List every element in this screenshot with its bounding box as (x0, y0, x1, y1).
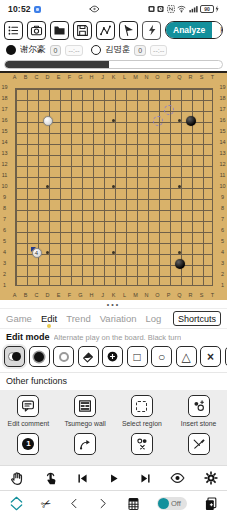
col-label: S (196, 291, 207, 300)
col-label: F (64, 73, 75, 82)
app-icon (148, 5, 155, 13)
analyze-mode-button[interactable]: Analyze (166, 22, 212, 38)
row-label: 7 (218, 214, 227, 225)
analysis-graph-button[interactable] (96, 21, 115, 40)
white-player-clock: --:-- (150, 45, 167, 56)
star-point (112, 251, 115, 254)
row-label: 10 (218, 181, 227, 192)
touch-play-button[interactable] (43, 471, 58, 486)
pages-button[interactable] (204, 497, 218, 511)
col-label: P (163, 291, 174, 300)
col-label: A (9, 73, 20, 82)
col-label: G (75, 291, 86, 300)
star-point-D4[interactable] (42, 247, 53, 258)
row-label: 8 (0, 203, 9, 214)
row-label: 1 (0, 280, 9, 291)
bottom-bar-row1 (0, 465, 227, 490)
tab-bar: Game Edit Trend Variation Log Shortcuts (0, 308, 227, 329)
col-label: G (75, 73, 86, 82)
col-label: Q (174, 73, 185, 82)
chevron-right-button[interactable] (97, 497, 109, 510)
insert-stone-label: Insert stone (181, 420, 217, 427)
tool-add-circle[interactable] (102, 346, 123, 367)
white-stone (43, 116, 53, 126)
tab-edit[interactable]: Edit (41, 313, 57, 324)
col-label: L (119, 73, 130, 82)
board-row-labels-left: 19181716151413121110987654321 (0, 82, 9, 291)
col-label: L (119, 291, 130, 300)
notification-badge-icon (34, 6, 41, 13)
camera-button[interactable] (27, 21, 46, 40)
black-player-name: 谢尔豪 (20, 44, 46, 56)
settings-button[interactable] (204, 471, 218, 485)
tool-x-mark[interactable]: × (200, 346, 221, 367)
col-label: R (185, 291, 196, 300)
select-region-label: Select region (122, 420, 162, 427)
col-label: J (97, 73, 108, 82)
numbered-stone-icon[interactable]: 1 (17, 433, 39, 455)
col-label: A (9, 291, 20, 300)
go-board[interactable]: ABCDEFGHJKLMNOPQRST ABCDEFGHJKLMNOPQRST … (0, 71, 227, 300)
clock-time: 10:52 (8, 4, 31, 14)
col-label: K (108, 291, 119, 300)
row-label: 5 (218, 236, 227, 247)
tsumego-wall-item[interactable]: Tsumego wall (65, 395, 106, 427)
row-label: 6 (218, 225, 227, 236)
col-label: H (86, 73, 97, 82)
col-label: H (86, 291, 97, 300)
col-label: D (42, 73, 53, 82)
col-label: O (152, 291, 163, 300)
calculator-button[interactable] (127, 497, 140, 511)
last-move-marker (31, 247, 36, 252)
skip-forward-button[interactable] (139, 472, 152, 485)
col-label: C (31, 291, 42, 300)
scissors-button[interactable]: ✂ (39, 496, 53, 511)
clean-marks-icon[interactable] (188, 433, 210, 455)
row-label: 17 (0, 104, 9, 115)
tab-log[interactable]: Log (146, 313, 162, 324)
player-info-bar: 谢尔豪 0 --:-- 김명훈 0 --:-- (0, 42, 227, 58)
tab-game[interactable]: Game (6, 313, 32, 324)
board-row-labels-right: 19181716151413121110987654321 (218, 82, 227, 291)
tool-black-stone[interactable] (29, 346, 50, 367)
edit-mode-description: Alternate play on the board. Black turn (54, 333, 182, 342)
marker-P17[interactable] (163, 104, 174, 115)
row-label: 11 (218, 170, 227, 181)
tsumego-wall-icon[interactable] (74, 395, 96, 417)
star-point (178, 251, 181, 254)
white-stone-D16[interactable] (42, 115, 53, 126)
row-label: 4 (0, 247, 9, 258)
row-label: 19 (218, 82, 227, 93)
row-label: 3 (0, 258, 9, 269)
numbered-stone-item[interactable]: 1 (17, 433, 39, 455)
row-label: 17 (218, 104, 227, 115)
star-point-K10[interactable] (108, 181, 119, 192)
row-label: 9 (218, 192, 227, 203)
nfc-icon (167, 5, 175, 13)
row-label: 2 (218, 269, 227, 280)
black-player-stone-icon (6, 45, 16, 55)
tool-triangle-mark[interactable]: △ (176, 346, 197, 367)
edit-tools-row: □ ○ △ × Aa (0, 343, 227, 372)
col-label: B (20, 291, 31, 300)
white-player-stone-icon (91, 45, 101, 55)
battery-level: 90 (200, 5, 214, 13)
other-functions-title: Other functions (0, 372, 227, 390)
status-bar: 10:52 90 (0, 0, 227, 18)
lightning-button[interactable] (142, 21, 161, 40)
shortcuts-button[interactable]: Shortcuts (173, 311, 221, 326)
star-point (112, 185, 115, 188)
page-indicator: ••• (0, 300, 227, 308)
insert-stone-icon[interactable] (188, 395, 210, 417)
mark-dead-item[interactable] (131, 433, 153, 455)
row-label: 12 (218, 159, 227, 170)
clean-marks-item[interactable] (188, 433, 210, 455)
edit-comment-label: Edit comment (8, 420, 50, 427)
star-point (112, 119, 115, 122)
signal-icon (189, 5, 198, 13)
mode-switch: Analyze Play (165, 21, 223, 39)
alarm-icon (157, 5, 164, 13)
white-player-name: 김명훈 (105, 44, 131, 56)
marker-O16[interactable] (152, 115, 163, 126)
save-button[interactable] (73, 21, 92, 40)
hand-pan-button[interactable] (9, 471, 24, 486)
col-label: F (64, 291, 75, 300)
col-label: Q (174, 291, 185, 300)
wifi-icon (177, 5, 186, 13)
tab-variation[interactable]: Variation (100, 313, 137, 324)
row-label: 4 (218, 247, 227, 258)
row-label: 19 (0, 82, 9, 93)
row-label: 3 (218, 258, 227, 269)
row-label: 9 (0, 192, 9, 203)
black-stone-R16[interactable] (185, 115, 196, 126)
star-point-Q4[interactable] (174, 247, 185, 258)
play-mode-button[interactable]: Play (212, 22, 223, 38)
row-label: 5 (0, 236, 9, 247)
row-label: 15 (218, 126, 227, 137)
app-diamond-button[interactable] (9, 496, 24, 511)
row-label: 1 (218, 280, 227, 291)
black-stone (186, 116, 196, 126)
edit-comment-item[interactable]: Edit comment (8, 395, 50, 427)
tsumego-wall-label: Tsumego wall (65, 420, 106, 427)
row-label: 2 (0, 269, 9, 280)
black-stone (175, 259, 185, 269)
row-label: 14 (218, 137, 227, 148)
tool-eraser[interactable] (78, 346, 99, 367)
winrate-black-fill (5, 61, 109, 68)
star-point (46, 251, 49, 254)
folder-button[interactable] (50, 21, 69, 40)
row-label: 15 (0, 126, 9, 137)
chevron-left-button[interactable] (68, 497, 80, 510)
tool-alternate-play[interactable] (4, 346, 25, 367)
star-point-K4[interactable] (108, 247, 119, 258)
auto-toggle[interactable]: Off (157, 497, 187, 510)
eye-button[interactable] (170, 472, 185, 484)
tool-circle-mark[interactable]: ○ (151, 346, 172, 367)
star-point (46, 185, 49, 188)
tab-trend[interactable]: Trend (66, 313, 90, 324)
play-button[interactable] (107, 472, 120, 485)
select-region-icon[interactable] (131, 395, 153, 417)
col-label: S (196, 73, 207, 82)
white-capture-count: 0 (134, 45, 146, 56)
main-toolbar: Analyze Play (0, 18, 227, 42)
move-path-icon[interactable] (74, 433, 96, 455)
edit-mode-title: Edit mode (6, 332, 50, 342)
col-label: E (53, 73, 64, 82)
row-label: 6 (0, 225, 9, 236)
white-stone-C4[interactable]: 4 (31, 247, 42, 258)
col-label: P (163, 73, 174, 82)
col-label: T (207, 73, 218, 82)
edit-comment-icon[interactable] (17, 395, 39, 417)
tool-white-stone[interactable] (53, 346, 74, 367)
col-label: R (185, 73, 196, 82)
row-label: 16 (0, 115, 9, 126)
row-label: 7 (0, 214, 9, 225)
star-point-Q16[interactable] (174, 115, 185, 126)
col-label: N (141, 73, 152, 82)
row-label: 14 (0, 137, 9, 148)
dashed-circle-marker (164, 105, 174, 115)
privacy-eye-icon (41, 5, 148, 13)
col-label: M (130, 291, 141, 300)
tool-square-mark[interactable]: □ (127, 346, 148, 367)
menu-list-button[interactable] (4, 21, 23, 40)
dashed-circle-marker (153, 116, 163, 126)
board-column-labels-bottom: ABCDEFGHJKLMNOPQRST (9, 291, 218, 300)
row-label: 18 (0, 93, 9, 104)
tool-label-text[interactable]: Aa (225, 346, 228, 367)
row-label: 18 (218, 93, 227, 104)
other-functions-panel: Edit comment Tsumego wall Select region … (0, 390, 227, 465)
black-stone-Q3[interactable] (174, 258, 185, 269)
col-label: M (130, 73, 141, 82)
toggle-label: Off (171, 499, 181, 508)
col-label: N (141, 291, 152, 300)
row-label: 16 (218, 115, 227, 126)
edit-mode-line: Edit mode Alternate play on the board. B… (0, 329, 227, 343)
row-label: 8 (218, 203, 227, 214)
star-point (178, 185, 181, 188)
row-label: 11 (0, 170, 9, 181)
black-player-clock: --:-- (65, 45, 82, 56)
winrate-bar-wrap (0, 58, 227, 71)
toggle-knob (158, 498, 169, 509)
move-path-item[interactable] (74, 433, 96, 455)
select-region-item[interactable]: Select region (122, 395, 162, 427)
row-label: 13 (0, 148, 9, 159)
col-label: D (42, 291, 53, 300)
board-column-labels-top: ABCDEFGHJKLMNOPQRST (9, 73, 218, 82)
star-point (178, 119, 181, 122)
col-label: K (108, 73, 119, 82)
col-label: B (20, 73, 31, 82)
bottom-bar-row2: ✂ Off (0, 490, 227, 512)
row-label: 13 (218, 148, 227, 159)
col-label: E (53, 291, 64, 300)
col-label: T (207, 291, 218, 300)
col-label: J (97, 291, 108, 300)
winrate-bar (4, 60, 223, 69)
star-point-D10[interactable] (42, 181, 53, 192)
row-label: 12 (0, 159, 9, 170)
col-label: C (31, 73, 42, 82)
insert-stone-item[interactable]: Insert stone (181, 395, 217, 427)
row-label: 10 (0, 181, 9, 192)
flag-button[interactable] (119, 21, 138, 40)
skip-back-button[interactable] (76, 472, 89, 485)
col-label: O (152, 73, 163, 82)
board-intersections[interactable]: 4 (9, 82, 218, 291)
battery-icon: 90 (200, 5, 219, 13)
star-point-K16[interactable] (108, 115, 119, 126)
black-capture-count: 0 (50, 45, 62, 56)
status-icons: 90 (148, 5, 220, 13)
star-point-Q10[interactable] (174, 181, 185, 192)
mark-dead-icon[interactable] (131, 433, 153, 455)
